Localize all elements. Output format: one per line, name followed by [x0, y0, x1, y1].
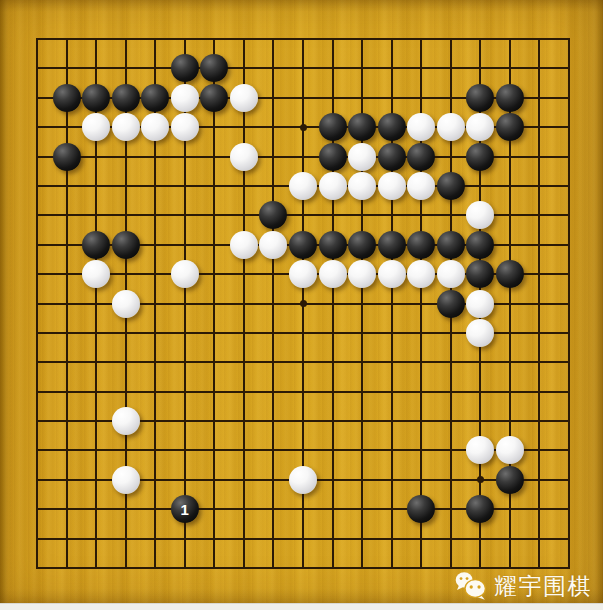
stone-black [407, 143, 435, 171]
stone-white [82, 113, 110, 141]
star-point [300, 124, 307, 131]
stone-white [171, 84, 199, 112]
stone-black [466, 231, 494, 259]
stone-white [348, 260, 376, 288]
stone-black [200, 84, 228, 112]
stone-black [437, 231, 465, 259]
stone-white [437, 113, 465, 141]
brand-label: 耀宇围棋 [494, 571, 592, 602]
go-board: 1 [0, 0, 603, 604]
stone-white [289, 260, 317, 288]
stone-white [230, 143, 258, 171]
stone-black [378, 143, 406, 171]
stone-white [289, 172, 317, 200]
stone-white [112, 113, 140, 141]
star-point [300, 300, 307, 307]
footer-strip [0, 603, 603, 610]
stone-white [407, 172, 435, 200]
stone-white [348, 172, 376, 200]
stone-white [437, 260, 465, 288]
grid-line-vertical [568, 38, 570, 569]
stone-black [319, 143, 347, 171]
stone-white [259, 231, 287, 259]
stone-black [348, 231, 376, 259]
stone-black [496, 84, 524, 112]
stone-black [200, 54, 228, 82]
stone-black [496, 466, 524, 494]
stone-white [378, 172, 406, 200]
stone-black [82, 84, 110, 112]
stone-white [289, 466, 317, 494]
stone-black [496, 113, 524, 141]
stone-black [259, 201, 287, 229]
stone-black [112, 84, 140, 112]
stone-white [466, 436, 494, 464]
stone-white [496, 436, 524, 464]
grid-line-horizontal [36, 567, 570, 569]
grid-line-horizontal [36, 361, 570, 363]
stone-black [378, 231, 406, 259]
stone-black [466, 143, 494, 171]
stone-white [466, 201, 494, 229]
stone-white [466, 113, 494, 141]
move-number-label: 1 [181, 502, 189, 517]
stone-black [319, 231, 347, 259]
stone-black [437, 290, 465, 318]
stone-white [112, 290, 140, 318]
stone-white [112, 407, 140, 435]
stone-white [407, 260, 435, 288]
stone-black [348, 113, 376, 141]
star-point [477, 476, 484, 483]
stone-white [171, 260, 199, 288]
stone-white [407, 113, 435, 141]
stone-black: 1 [171, 495, 199, 523]
stone-black [378, 113, 406, 141]
stone-white [230, 84, 258, 112]
stone-black [53, 143, 81, 171]
stone-white [230, 231, 258, 259]
brand-watermark: 耀宇围棋 [454, 570, 592, 602]
stone-white [112, 466, 140, 494]
stone-white [348, 143, 376, 171]
stone-black [53, 84, 81, 112]
stone-white [466, 290, 494, 318]
stone-white [141, 113, 169, 141]
stone-black [319, 113, 347, 141]
go-diagram-screenshot: 1 耀宇围棋 [0, 0, 603, 610]
wechat-icon [454, 571, 487, 601]
stone-black [289, 231, 317, 259]
stone-black [112, 231, 140, 259]
stone-black [466, 495, 494, 523]
stone-black [466, 260, 494, 288]
grid-line-vertical [538, 38, 540, 569]
stone-white [171, 113, 199, 141]
stone-white [466, 319, 494, 347]
stone-black [141, 84, 169, 112]
stone-black [82, 231, 110, 259]
stone-black [407, 495, 435, 523]
grid-line-horizontal [36, 538, 570, 540]
stone-white [378, 260, 406, 288]
grid-line-horizontal [36, 391, 570, 393]
stone-black [437, 172, 465, 200]
stone-white [319, 172, 347, 200]
stone-white [82, 260, 110, 288]
stone-black [496, 260, 524, 288]
stone-black [466, 84, 494, 112]
stone-black [171, 54, 199, 82]
stone-black [407, 231, 435, 259]
stone-white [319, 260, 347, 288]
